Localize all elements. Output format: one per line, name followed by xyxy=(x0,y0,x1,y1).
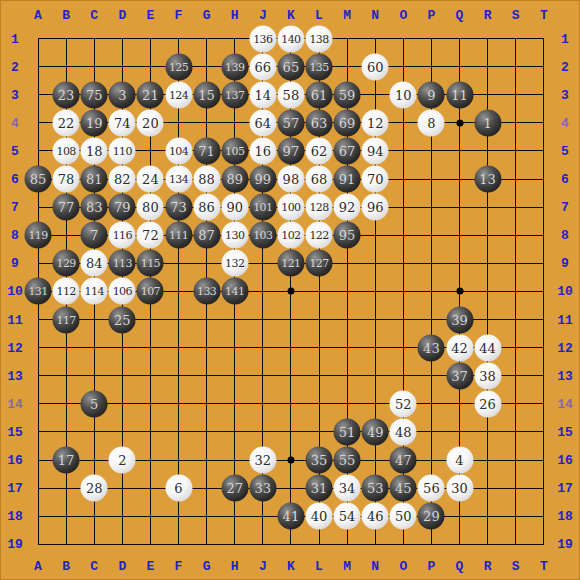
move-number: 129 xyxy=(56,258,75,269)
col-label-bottom-O: O xyxy=(399,558,407,573)
move-number: 113 xyxy=(113,258,132,269)
move-number: 89 xyxy=(226,173,243,186)
move-number: 73 xyxy=(170,201,187,214)
move-number: 46 xyxy=(367,510,384,523)
stone-B10-move-112: 112 xyxy=(53,278,80,305)
stone-L6-move-68: 68 xyxy=(306,166,333,193)
move-number: 54 xyxy=(339,510,356,523)
move-number: 135 xyxy=(309,61,328,72)
stone-Q17-move-30: 30 xyxy=(446,475,473,502)
stone-G6-move-88: 88 xyxy=(193,166,220,193)
row-label-right-10: 10 xyxy=(557,284,573,299)
col-label-top-P: P xyxy=(427,7,435,22)
move-number: 107 xyxy=(141,286,160,297)
move-number: 64 xyxy=(255,116,272,129)
move-number: 21 xyxy=(142,88,159,101)
move-number: 25 xyxy=(114,313,131,326)
move-number: 24 xyxy=(142,173,159,186)
stone-L3-move-61: 61 xyxy=(306,81,333,108)
row-label-right-8: 8 xyxy=(561,228,569,243)
col-label-top-A: A xyxy=(34,7,42,22)
stone-F5-move-104: 104 xyxy=(165,137,192,164)
move-number: 61 xyxy=(311,88,328,101)
move-number: 31 xyxy=(311,482,328,495)
stone-Q16-move-4: 4 xyxy=(446,447,473,474)
col-label-bottom-L: L xyxy=(315,558,323,573)
move-number: 52 xyxy=(395,397,412,410)
stone-B11-move-117: 117 xyxy=(53,306,80,333)
stone-L9-move-127: 127 xyxy=(306,250,333,277)
move-number: 30 xyxy=(451,482,468,495)
stone-N4-move-12: 12 xyxy=(362,109,389,136)
stone-M4-move-69: 69 xyxy=(334,109,361,136)
stone-D6-move-82: 82 xyxy=(109,166,136,193)
star-point-K16 xyxy=(287,457,294,464)
move-number: 139 xyxy=(225,61,244,72)
move-number: 19 xyxy=(86,116,103,129)
grid-hline xyxy=(38,544,544,545)
stone-R6-move-13: 13 xyxy=(474,166,501,193)
stone-F17-move-6: 6 xyxy=(165,475,192,502)
col-label-top-D: D xyxy=(118,7,126,22)
stone-K8-move-102: 102 xyxy=(277,222,304,249)
row-label-left-13: 13 xyxy=(7,368,23,383)
stone-M7-move-92: 92 xyxy=(334,194,361,221)
stone-M17-move-34: 34 xyxy=(334,475,361,502)
stone-L5-move-62: 62 xyxy=(306,137,333,164)
stone-M15-move-51: 51 xyxy=(334,418,361,445)
move-number: 59 xyxy=(339,88,356,101)
stone-J16-move-32: 32 xyxy=(249,447,276,474)
move-number: 96 xyxy=(367,201,384,214)
move-number: 37 xyxy=(451,369,468,382)
col-label-bottom-P: P xyxy=(427,558,435,573)
stone-C3-move-75: 75 xyxy=(81,81,108,108)
col-label-bottom-N: N xyxy=(371,558,379,573)
stone-K7-move-100: 100 xyxy=(277,194,304,221)
row-label-left-19: 19 xyxy=(7,537,23,552)
move-number: 7 xyxy=(90,229,98,242)
move-number: 124 xyxy=(169,89,188,100)
move-number: 67 xyxy=(339,144,356,157)
stone-M3-move-59: 59 xyxy=(334,81,361,108)
stone-C8-move-7: 7 xyxy=(81,222,108,249)
star-point-Q4 xyxy=(456,119,463,126)
grid-vline xyxy=(543,39,544,545)
col-label-top-H: H xyxy=(231,7,239,22)
move-number: 127 xyxy=(309,258,328,269)
col-label-top-E: E xyxy=(146,7,154,22)
go-board-diagram: ABCDEFGHJKLMNOPQRST ABCDEFGHJKLMNOPQRST … xyxy=(0,0,580,580)
move-number: 47 xyxy=(395,454,412,467)
move-number: 2 xyxy=(118,454,126,467)
col-label-top-M: M xyxy=(343,7,351,22)
move-number: 99 xyxy=(255,173,272,186)
stone-G10-move-133: 133 xyxy=(193,278,220,305)
move-number: 101 xyxy=(253,202,272,213)
move-number: 98 xyxy=(283,173,300,186)
move-number: 137 xyxy=(225,89,244,100)
move-number: 92 xyxy=(339,201,356,214)
stone-C4-move-19: 19 xyxy=(81,109,108,136)
grid-hline xyxy=(38,403,544,404)
stone-H6-move-89: 89 xyxy=(221,166,248,193)
stone-E6-move-24: 24 xyxy=(137,166,164,193)
stone-H17-move-27: 27 xyxy=(221,475,248,502)
stone-K1-move-140: 140 xyxy=(277,25,304,52)
stone-M16-move-55: 55 xyxy=(334,447,361,474)
move-number: 84 xyxy=(86,257,103,270)
stone-H5-move-105: 105 xyxy=(221,137,248,164)
row-label-left-10: 10 xyxy=(7,284,23,299)
stone-E10-move-107: 107 xyxy=(137,278,164,305)
row-label-right-5: 5 xyxy=(561,143,569,158)
stone-B3-move-23: 23 xyxy=(53,81,80,108)
stone-K6-move-98: 98 xyxy=(277,166,304,193)
stone-F6-move-134: 134 xyxy=(165,166,192,193)
col-label-bottom-R: R xyxy=(484,558,492,573)
move-number: 87 xyxy=(198,229,215,242)
grid-hline xyxy=(38,431,544,432)
move-number: 40 xyxy=(311,510,328,523)
row-label-right-15: 15 xyxy=(557,424,573,439)
stone-Q11-move-39: 39 xyxy=(446,306,473,333)
stone-H7-move-90: 90 xyxy=(221,194,248,221)
stone-N18-move-46: 46 xyxy=(362,503,389,530)
move-number: 121 xyxy=(281,258,300,269)
move-number: 75 xyxy=(86,88,103,101)
stone-L7-move-128: 128 xyxy=(306,194,333,221)
grid-vline xyxy=(515,39,516,545)
move-number: 60 xyxy=(367,60,384,73)
stone-B16-move-17: 17 xyxy=(53,447,80,474)
stone-N2-move-60: 60 xyxy=(362,53,389,80)
stone-M5-move-67: 67 xyxy=(334,137,361,164)
row-label-left-16: 16 xyxy=(7,453,23,468)
row-label-right-11: 11 xyxy=(557,312,573,327)
move-number: 132 xyxy=(225,258,244,269)
row-label-right-16: 16 xyxy=(557,453,573,468)
move-number: 63 xyxy=(311,116,328,129)
move-number: 38 xyxy=(479,369,496,382)
stone-J6-move-99: 99 xyxy=(249,166,276,193)
move-number: 133 xyxy=(197,286,216,297)
stone-E8-move-72: 72 xyxy=(137,222,164,249)
row-label-right-9: 9 xyxy=(561,256,569,271)
stone-D3-move-3: 3 xyxy=(109,81,136,108)
move-number: 79 xyxy=(114,201,131,214)
stone-J2-move-66: 66 xyxy=(249,53,276,80)
stone-N17-move-53: 53 xyxy=(362,475,389,502)
col-label-top-S: S xyxy=(512,7,520,22)
move-number: 111 xyxy=(169,230,188,241)
stone-Q3-move-11: 11 xyxy=(446,81,473,108)
stone-L17-move-31: 31 xyxy=(306,475,333,502)
row-label-right-4: 4 xyxy=(561,115,569,130)
move-number: 81 xyxy=(86,173,103,186)
move-number: 4 xyxy=(455,454,463,467)
move-number: 10 xyxy=(395,88,412,101)
col-label-bottom-H: H xyxy=(231,558,239,573)
col-label-top-G: G xyxy=(203,7,211,22)
stone-L2-move-135: 135 xyxy=(306,53,333,80)
row-label-right-17: 17 xyxy=(557,481,573,496)
stone-D8-move-116: 116 xyxy=(109,222,136,249)
col-label-bottom-M: M xyxy=(343,558,351,573)
stone-Q13-move-37: 37 xyxy=(446,362,473,389)
stone-G3-move-15: 15 xyxy=(193,81,220,108)
stone-A10-move-131: 131 xyxy=(25,278,52,305)
stone-D4-move-74: 74 xyxy=(109,109,136,136)
col-label-bottom-B: B xyxy=(62,558,70,573)
move-number: 115 xyxy=(141,258,160,269)
row-label-right-12: 12 xyxy=(557,340,573,355)
stone-Q12-move-42: 42 xyxy=(446,334,473,361)
row-label-right-2: 2 xyxy=(561,59,569,74)
move-number: 11 xyxy=(451,88,468,101)
move-number: 39 xyxy=(451,313,468,326)
stone-L1-move-138: 138 xyxy=(306,25,333,52)
stone-K2-move-65: 65 xyxy=(277,53,304,80)
stone-L16-move-35: 35 xyxy=(306,447,333,474)
move-number: 104 xyxy=(169,145,188,156)
row-label-left-5: 5 xyxy=(11,143,19,158)
stone-B9-move-129: 129 xyxy=(53,250,80,277)
move-number: 29 xyxy=(423,510,440,523)
stone-H10-move-141: 141 xyxy=(221,278,248,305)
row-label-left-18: 18 xyxy=(7,509,23,524)
stone-E3-move-21: 21 xyxy=(137,81,164,108)
move-number: 3 xyxy=(118,88,126,101)
move-number: 125 xyxy=(169,61,188,72)
move-number: 13 xyxy=(479,173,496,186)
stone-G7-move-86: 86 xyxy=(193,194,220,221)
stone-R12-move-44: 44 xyxy=(474,334,501,361)
move-number: 5 xyxy=(90,397,98,410)
move-number: 88 xyxy=(198,173,215,186)
stone-R14-move-26: 26 xyxy=(474,390,501,417)
stone-O15-move-48: 48 xyxy=(390,418,417,445)
stone-J5-move-16: 16 xyxy=(249,137,276,164)
move-number: 70 xyxy=(367,173,384,186)
stone-R4-move-1: 1 xyxy=(474,109,501,136)
stone-D10-move-106: 106 xyxy=(109,278,136,305)
move-number: 62 xyxy=(311,144,328,157)
move-number: 53 xyxy=(367,482,384,495)
row-label-right-3: 3 xyxy=(561,87,569,102)
move-number: 91 xyxy=(339,173,356,186)
row-label-right-19: 19 xyxy=(557,537,573,552)
move-number: 17 xyxy=(58,454,75,467)
move-number: 26 xyxy=(479,397,496,410)
move-number: 58 xyxy=(283,88,300,101)
row-label-left-1: 1 xyxy=(11,31,19,46)
move-number: 68 xyxy=(311,173,328,186)
col-label-bottom-K: K xyxy=(287,558,295,573)
move-number: 112 xyxy=(56,286,75,297)
stone-B5-move-108: 108 xyxy=(53,137,80,164)
move-number: 44 xyxy=(479,341,496,354)
col-label-top-K: K xyxy=(287,7,295,22)
stone-J7-move-101: 101 xyxy=(249,194,276,221)
move-number: 8 xyxy=(427,116,435,129)
move-number: 15 xyxy=(198,88,215,101)
stone-H8-move-130: 130 xyxy=(221,222,248,249)
stone-N6-move-70: 70 xyxy=(362,166,389,193)
stone-R13-move-38: 38 xyxy=(474,362,501,389)
move-number: 32 xyxy=(255,454,272,467)
stone-N5-move-94: 94 xyxy=(362,137,389,164)
move-number: 122 xyxy=(309,230,328,241)
row-label-left-8: 8 xyxy=(11,228,19,243)
move-number: 72 xyxy=(142,229,159,242)
move-number: 27 xyxy=(226,482,243,495)
stone-P3-move-9: 9 xyxy=(418,81,445,108)
stone-J3-move-14: 14 xyxy=(249,81,276,108)
move-number: 105 xyxy=(225,145,244,156)
stone-O18-move-50: 50 xyxy=(390,503,417,530)
move-number: 140 xyxy=(281,33,300,44)
col-label-bottom-S: S xyxy=(512,558,520,573)
stone-D11-move-25: 25 xyxy=(109,306,136,333)
move-number: 77 xyxy=(58,201,75,214)
move-number: 16 xyxy=(255,144,272,157)
move-number: 71 xyxy=(198,144,215,157)
stone-E4-move-20: 20 xyxy=(137,109,164,136)
row-label-right-7: 7 xyxy=(561,200,569,215)
stone-C17-move-28: 28 xyxy=(81,475,108,502)
stone-M6-move-91: 91 xyxy=(334,166,361,193)
move-number: 50 xyxy=(395,510,412,523)
col-label-bottom-T: T xyxy=(540,558,548,573)
col-label-top-J: J xyxy=(259,7,267,22)
stone-N7-move-96: 96 xyxy=(362,194,389,221)
move-number: 97 xyxy=(283,144,300,157)
move-number: 56 xyxy=(423,482,440,495)
move-number: 102 xyxy=(281,230,300,241)
stone-K9-move-121: 121 xyxy=(277,250,304,277)
move-number: 106 xyxy=(113,286,132,297)
stone-A6-move-85: 85 xyxy=(25,166,52,193)
row-label-right-14: 14 xyxy=(557,396,573,411)
stone-J4-move-64: 64 xyxy=(249,109,276,136)
row-label-left-6: 6 xyxy=(11,172,19,187)
col-label-top-C: C xyxy=(90,7,98,22)
move-number: 108 xyxy=(56,145,75,156)
stone-G5-move-71: 71 xyxy=(193,137,220,164)
move-number: 95 xyxy=(339,229,356,242)
stone-M18-move-54: 54 xyxy=(334,503,361,530)
stone-P18-move-29: 29 xyxy=(418,503,445,530)
row-label-left-4: 4 xyxy=(11,115,19,130)
stone-J1-move-136: 136 xyxy=(249,25,276,52)
stone-H2-move-139: 139 xyxy=(221,53,248,80)
col-label-bottom-A: A xyxy=(34,558,42,573)
move-number: 103 xyxy=(253,230,272,241)
move-number: 138 xyxy=(309,33,328,44)
move-number: 28 xyxy=(86,482,103,495)
stone-D9-move-113: 113 xyxy=(109,250,136,277)
move-number: 85 xyxy=(30,173,47,186)
stone-J8-move-103: 103 xyxy=(249,222,276,249)
move-number: 110 xyxy=(113,145,132,156)
move-number: 12 xyxy=(367,116,384,129)
row-label-right-6: 6 xyxy=(561,172,569,187)
stone-F7-move-73: 73 xyxy=(165,194,192,221)
move-number: 78 xyxy=(58,173,75,186)
stone-B6-move-78: 78 xyxy=(53,166,80,193)
move-number: 86 xyxy=(198,201,215,214)
star-point-Q10 xyxy=(456,288,463,295)
row-label-left-17: 17 xyxy=(7,481,23,496)
move-number: 23 xyxy=(58,88,75,101)
stone-M8-move-95: 95 xyxy=(334,222,361,249)
move-number: 18 xyxy=(86,144,103,157)
move-number: 90 xyxy=(226,201,243,214)
move-number: 136 xyxy=(253,33,272,44)
stone-P17-move-56: 56 xyxy=(418,475,445,502)
move-number: 69 xyxy=(339,116,356,129)
move-number: 128 xyxy=(309,202,328,213)
col-label-bottom-E: E xyxy=(146,558,154,573)
move-number: 57 xyxy=(283,116,300,129)
stone-K4-move-57: 57 xyxy=(277,109,304,136)
row-label-left-14: 14 xyxy=(7,396,23,411)
stone-K5-move-97: 97 xyxy=(277,137,304,164)
stone-K3-move-58: 58 xyxy=(277,81,304,108)
move-number: 141 xyxy=(225,286,244,297)
stone-H9-move-132: 132 xyxy=(221,250,248,277)
move-number: 42 xyxy=(451,341,468,354)
row-label-right-18: 18 xyxy=(557,509,573,524)
move-number: 55 xyxy=(339,454,356,467)
row-label-left-2: 2 xyxy=(11,59,19,74)
stone-P4-move-8: 8 xyxy=(418,109,445,136)
stone-F2-move-125: 125 xyxy=(165,53,192,80)
stone-L8-move-122: 122 xyxy=(306,222,333,249)
col-label-bottom-F: F xyxy=(175,558,183,573)
stone-C6-move-81: 81 xyxy=(81,166,108,193)
stone-J17-move-33: 33 xyxy=(249,475,276,502)
move-number: 41 xyxy=(283,510,300,523)
stone-D5-move-110: 110 xyxy=(109,137,136,164)
col-label-top-O: O xyxy=(399,7,407,22)
row-label-left-11: 11 xyxy=(7,312,23,327)
stone-O14-move-52: 52 xyxy=(390,390,417,417)
stone-D16-move-2: 2 xyxy=(109,447,136,474)
move-number: 74 xyxy=(114,116,131,129)
move-number: 45 xyxy=(395,482,412,495)
stone-C14-move-5: 5 xyxy=(81,390,108,417)
stone-C5-move-18: 18 xyxy=(81,137,108,164)
stone-P12-move-43: 43 xyxy=(418,334,445,361)
col-label-bottom-J: J xyxy=(259,558,267,573)
move-number: 82 xyxy=(114,173,131,186)
move-number: 100 xyxy=(281,202,300,213)
col-label-bottom-G: G xyxy=(203,558,211,573)
stone-C10-move-114: 114 xyxy=(81,278,108,305)
col-label-top-F: F xyxy=(175,7,183,22)
star-point-K10 xyxy=(287,288,294,295)
row-label-left-15: 15 xyxy=(7,424,23,439)
move-number: 43 xyxy=(423,341,440,354)
move-number: 35 xyxy=(311,454,328,467)
col-label-top-T: T xyxy=(540,7,548,22)
move-number: 134 xyxy=(169,174,188,185)
move-number: 83 xyxy=(86,201,103,214)
col-label-top-R: R xyxy=(484,7,492,22)
move-number: 130 xyxy=(225,230,244,241)
